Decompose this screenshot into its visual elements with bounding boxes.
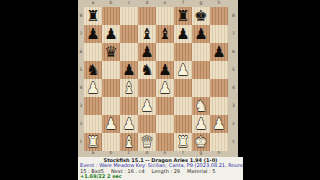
square-c1: ♝ [120, 133, 138, 151]
game-info-panel: Stockfish 15.1 -- Dragon Aries 1.94 (1-0… [78, 157, 243, 180]
square-g7: ♟ [192, 25, 210, 43]
coordinate-label: 4 [229, 79, 238, 97]
piece-black-pawn: ♟ [102, 25, 120, 43]
square-f8: ♜ [174, 7, 192, 25]
piece-white-pawn: ♟ [210, 115, 228, 133]
square-f3 [174, 97, 192, 115]
piece-black-pawn: ♟ [120, 61, 138, 79]
square-h6: ♟ [210, 43, 228, 61]
square-h7 [210, 25, 228, 43]
square-d6: ♟ [138, 43, 156, 61]
piece-black-knight: ♞ [84, 61, 102, 79]
square-a8: ♜ [84, 7, 102, 25]
square-g8: ♚ [192, 7, 210, 25]
coordinate-label: 1 [229, 133, 238, 151]
square-e1 [156, 133, 174, 151]
piece-white-king: ♚ [192, 133, 210, 151]
piece-black-pawn: ♟ [210, 43, 228, 61]
piece-black-pawn: ♟ [138, 43, 156, 61]
square-c7 [120, 25, 138, 43]
coordinate-label: 3 [229, 97, 238, 115]
square-b8 [102, 7, 120, 25]
board-squares: ♜♜♚♟♟♝♝♟♟♛♟♟♞♟♞♟♟♟♝♟♟♞♟♟♟♟♜♝♛♜♚ [84, 7, 228, 151]
square-b1 [102, 133, 120, 151]
square-h5 [210, 61, 228, 79]
square-b6: ♛ [102, 43, 120, 61]
square-a2 [84, 115, 102, 133]
piece-white-pawn: ♟ [102, 115, 120, 133]
rank-labels-right: 87654321 [229, 7, 238, 151]
square-f2 [174, 115, 192, 133]
piece-black-queen: ♛ [102, 43, 120, 61]
square-d3: ♟ [138, 97, 156, 115]
square-a5: ♞ [84, 61, 102, 79]
coordinate-label: 7 [229, 25, 238, 43]
square-c3 [120, 97, 138, 115]
length-label: Length : 29 [152, 169, 180, 174]
piece-black-knight: ♞ [138, 61, 156, 79]
piece-white-bishop: ♝ [120, 79, 138, 97]
chess-viewer: abcdefgh 87654321 87654321 abcdefgh ♜♜♚♟… [78, 0, 243, 180]
piece-white-pawn: ♟ [120, 115, 138, 133]
square-b4 [102, 79, 120, 97]
square-a4: ♟ [84, 79, 102, 97]
square-a1: ♜ [84, 133, 102, 151]
coordinate-label: 5 [229, 61, 238, 79]
square-e4: ♟ [156, 79, 174, 97]
video-frame: abcdefgh 87654321 87654321 abcdefgh ♜♜♚♟… [0, 0, 320, 180]
square-e2 [156, 115, 174, 133]
chess-board: abcdefgh 87654321 87654321 abcdefgh ♜♜♚♟… [78, 0, 238, 157]
piece-black-rook: ♜ [174, 7, 192, 25]
piece-black-pawn: ♟ [174, 25, 192, 43]
piece-white-pawn: ♟ [84, 79, 102, 97]
square-a3 [84, 97, 102, 115]
piece-black-pawn: ♟ [192, 25, 210, 43]
square-c2: ♟ [120, 115, 138, 133]
square-b7: ♟ [102, 25, 120, 43]
piece-white-pawn: ♟ [138, 97, 156, 115]
square-d1: ♛ [138, 133, 156, 151]
square-d5: ♞ [138, 61, 156, 79]
square-f7: ♟ [174, 25, 192, 43]
coordinate-label: 2 [229, 115, 238, 133]
square-c6 [120, 43, 138, 61]
square-b2: ♟ [102, 115, 120, 133]
piece-white-bishop: ♝ [120, 133, 138, 151]
square-h8 [210, 7, 228, 25]
piece-black-pawn: ♟ [156, 61, 174, 79]
piece-white-rook: ♜ [174, 133, 192, 151]
square-g4 [192, 79, 210, 97]
square-g1: ♚ [192, 133, 210, 151]
square-d8 [138, 7, 156, 25]
square-d2 [138, 115, 156, 133]
square-a6 [84, 43, 102, 61]
square-h2: ♟ [210, 115, 228, 133]
square-f5: ♟ [174, 61, 192, 79]
piece-black-rook: ♜ [84, 7, 102, 25]
piece-black-bishop: ♝ [156, 25, 174, 43]
square-e8 [156, 7, 174, 25]
piece-white-queen: ♛ [138, 133, 156, 151]
square-e7: ♝ [156, 25, 174, 43]
piece-black-bishop: ♝ [138, 25, 156, 43]
piece-white-pawn: ♟ [156, 79, 174, 97]
square-f6 [174, 43, 192, 61]
square-h1 [210, 133, 228, 151]
square-h3 [210, 97, 228, 115]
piece-white-pawn: ♟ [192, 115, 210, 133]
square-c4: ♝ [120, 79, 138, 97]
square-b3 [102, 97, 120, 115]
square-a7: ♟ [84, 25, 102, 43]
square-g3: ♞ [192, 97, 210, 115]
square-f1: ♜ [174, 133, 192, 151]
square-c5: ♟ [120, 61, 138, 79]
square-h4 [210, 79, 228, 97]
square-f4 [174, 79, 192, 97]
coordinate-label: 8 [229, 7, 238, 25]
piece-white-knight: ♞ [192, 97, 210, 115]
piece-black-king: ♚ [192, 7, 210, 25]
engine-eval-line: +1.69/22 2 sec [78, 174, 243, 179]
square-g5 [192, 61, 210, 79]
square-e6 [156, 43, 174, 61]
square-b5 [102, 61, 120, 79]
piece-white-pawn: ♟ [174, 61, 192, 79]
square-c8 [120, 7, 138, 25]
square-e5: ♟ [156, 61, 174, 79]
square-d7: ♝ [138, 25, 156, 43]
coordinate-label: 6 [229, 43, 238, 61]
square-g6 [192, 43, 210, 61]
material-label: Material : 5 [187, 169, 215, 174]
square-g2: ♟ [192, 115, 210, 133]
piece-white-rook: ♜ [84, 133, 102, 151]
piece-black-pawn: ♟ [84, 25, 102, 43]
square-e3 [156, 97, 174, 115]
square-d4 [138, 79, 156, 97]
